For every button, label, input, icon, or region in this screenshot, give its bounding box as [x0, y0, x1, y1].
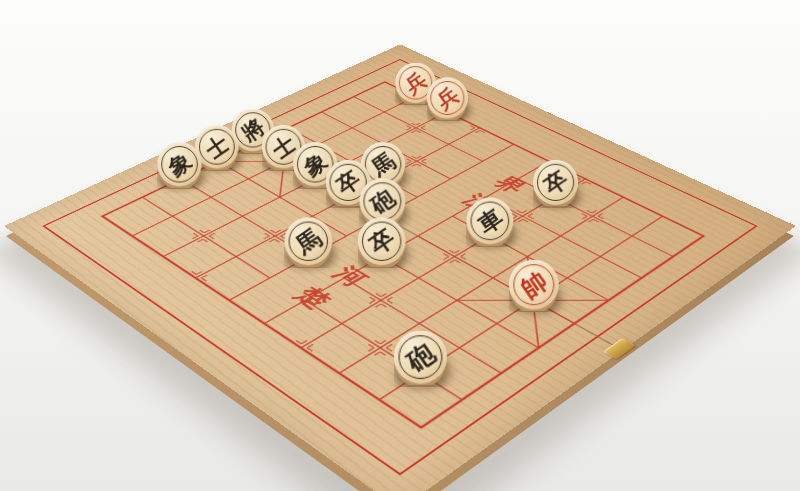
black-soldier-glyph: 卒 — [540, 167, 571, 198]
piece-black-elephant[interactable]: 象 — [157, 142, 201, 186]
black-horse-glyph: 馬 — [292, 225, 325, 258]
black-advisor-glyph: 士 — [202, 132, 232, 162]
piece-black-horse[interactable]: 馬 — [284, 217, 332, 265]
board-3d-wrapper: 楚河 汉界 兵兵象士將士象卒馬馬砲卒車卒砲帥 — [4, 44, 796, 491]
red-soldier-glyph: 兵 — [433, 84, 462, 113]
piece-black-cannon[interactable]: 砲 — [394, 331, 447, 384]
piece-black-chariot[interactable]: 車 — [466, 197, 513, 244]
piece-black-soldier[interactable]: 卒 — [358, 217, 406, 265]
xiangqi-board: 楚河 汉界 兵兵象士將士象卒馬馬砲卒車卒砲帥 — [4, 44, 796, 491]
black-cannon-glyph: 砲 — [366, 185, 398, 217]
piece-black-advisor[interactable]: 士 — [195, 125, 238, 168]
black-soldier-glyph: 卒 — [332, 167, 363, 198]
piece-red-general[interactable]: 帥 — [509, 260, 559, 310]
piece-black-soldier[interactable]: 卒 — [533, 160, 578, 205]
black-soldier-glyph: 卒 — [365, 225, 398, 258]
photo-scene: 楚河 汉界 兵兵象士將士象卒馬馬砲卒車卒砲帥 — [0, 0, 800, 491]
red-general-glyph: 帥 — [516, 267, 551, 302]
piece-red-soldier[interactable]: 兵 — [427, 77, 468, 118]
red-soldier-glyph: 兵 — [401, 69, 429, 97]
black-chariot-glyph: 車 — [474, 205, 507, 238]
black-horse-glyph: 馬 — [368, 149, 399, 180]
board-grid: 楚河 汉界 — [4, 44, 796, 491]
black-cannon-glyph: 砲 — [402, 339, 439, 376]
black-elephant-glyph: 象 — [164, 149, 195, 180]
